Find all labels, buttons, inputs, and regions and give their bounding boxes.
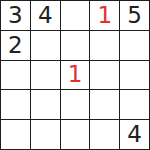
cell-r2c1[interactable]: 2 [1, 31, 30, 60]
cell-r2c2[interactable] [31, 31, 60, 60]
cell-r4c2[interactable] [31, 90, 60, 119]
cell-r1c1[interactable]: 3 [1, 1, 30, 30]
cell-r3c2[interactable] [31, 61, 60, 90]
cell-r1c5[interactable]: 5 [120, 1, 149, 30]
cell-r1c4[interactable]: 1 [90, 1, 119, 30]
cell-r4c3[interactable] [61, 90, 90, 119]
cell-r5c3[interactable] [61, 120, 90, 149]
cell-r1c2[interactable]: 4 [31, 1, 60, 30]
cell-r2c3[interactable] [61, 31, 90, 60]
cell-r2c5[interactable] [120, 31, 149, 60]
cell-r3c5[interactable] [120, 61, 149, 90]
cell-r2c4[interactable] [90, 31, 119, 60]
cell-r3c4[interactable] [90, 61, 119, 90]
cell-r4c1[interactable] [1, 90, 30, 119]
cell-r3c1[interactable] [1, 61, 30, 90]
cell-r5c4[interactable] [90, 120, 119, 149]
cell-r1c3[interactable] [61, 1, 90, 30]
cell-r4c5[interactable] [120, 90, 149, 119]
cell-r5c2[interactable] [31, 120, 60, 149]
cell-r3c3[interactable]: 1 [61, 61, 90, 90]
puzzle-board: 3415214 [0, 0, 150, 150]
cell-r5c1[interactable] [1, 120, 30, 149]
cell-r4c4[interactable] [90, 90, 119, 119]
cell-r5c5[interactable]: 4 [120, 120, 149, 149]
